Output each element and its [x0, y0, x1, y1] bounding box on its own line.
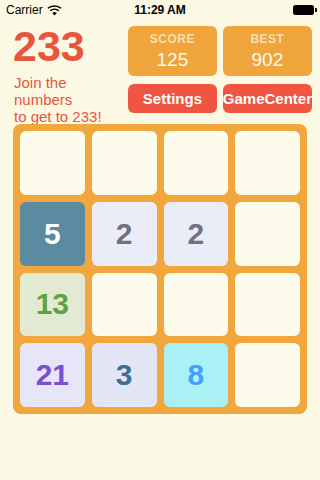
clock: 11:29 AM [0, 3, 320, 17]
board-cell-empty [92, 273, 157, 337]
tile-5: 5 [20, 202, 85, 266]
best-value: 902 [252, 49, 284, 71]
board-cell-empty [92, 131, 157, 195]
board-cell-empty [235, 343, 300, 407]
tile-21: 21 [20, 343, 85, 407]
settings-button[interactable]: Settings [128, 84, 217, 113]
subtitle: Join the numbers to get to 233! [14, 74, 129, 125]
tile-2: 2 [92, 202, 157, 266]
tile-3: 3 [92, 343, 157, 407]
battery-icon [293, 5, 314, 15]
score-box: SCORE 125 [128, 26, 217, 76]
score-value: 125 [157, 49, 189, 71]
best-box: BEST 902 [223, 26, 312, 76]
board-cell-empty [235, 273, 300, 337]
gamecenter-button[interactable]: GameCenter [223, 84, 312, 113]
status-bar: Carrier 11:29 AM [0, 0, 320, 20]
board[interactable]: 522132138 [13, 124, 307, 414]
board-cell-empty [235, 202, 300, 266]
board-cell-empty [20, 131, 85, 195]
board-cell-empty [164, 131, 229, 195]
board-cell-empty [164, 273, 229, 337]
page-title: 233 [13, 25, 85, 68]
tile-13: 13 [20, 273, 85, 337]
tile-2: 2 [164, 202, 229, 266]
subtitle-line1: Join the numbers [14, 74, 72, 108]
score-label: SCORE [150, 32, 195, 46]
best-label: BEST [250, 32, 284, 46]
board-cell-empty [235, 131, 300, 195]
header-controls: SCORE 125 BEST 902 Settings GameCenter [128, 26, 312, 113]
subtitle-line2: to get to 233! [14, 108, 102, 125]
tile-8: 8 [164, 343, 229, 407]
